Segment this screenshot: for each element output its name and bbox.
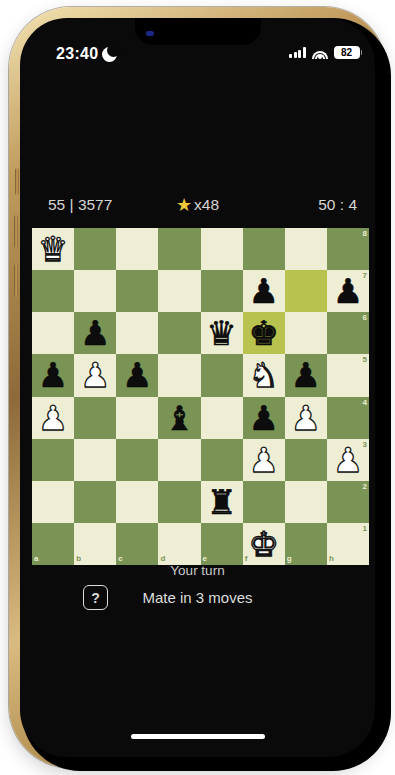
piece-white-pawn[interactable]: ♟ xyxy=(32,397,74,439)
square-g1[interactable]: g xyxy=(285,523,327,565)
square-h1[interactable]: 1h xyxy=(327,523,369,565)
square-b2[interactable] xyxy=(74,481,116,523)
piece-white-pawn[interactable]: ♟ xyxy=(285,397,327,439)
piece-black-pawn[interactable]: ♟ xyxy=(74,312,116,354)
notch xyxy=(135,18,261,45)
square-h7[interactable]: 7♟ xyxy=(327,270,369,312)
file-label-b: b xyxy=(76,555,81,563)
file-label-g: g xyxy=(287,555,292,563)
square-d4[interactable]: ♝ xyxy=(158,397,200,439)
volume-up-button xyxy=(14,215,18,248)
square-e6[interactable]: ♛ xyxy=(201,312,243,354)
square-a3[interactable] xyxy=(32,439,74,481)
square-a6[interactable] xyxy=(32,312,74,354)
file-label-d: d xyxy=(160,555,165,563)
rank-label-6: 6 xyxy=(363,314,367,322)
square-c2[interactable] xyxy=(116,481,158,523)
square-b7[interactable] xyxy=(74,270,116,312)
rank-label-5: 5 xyxy=(363,356,367,364)
home-indicator[interactable] xyxy=(131,734,265,739)
square-d5[interactable] xyxy=(158,354,200,396)
square-f6[interactable]: ♚ xyxy=(243,312,285,354)
square-e5[interactable] xyxy=(201,354,243,396)
square-c3[interactable] xyxy=(116,439,158,481)
piece-black-pawn[interactable]: ♟ xyxy=(32,354,74,396)
square-b8[interactable] xyxy=(74,228,116,270)
wifi-icon xyxy=(312,47,328,59)
square-b6[interactable]: ♟ xyxy=(74,312,116,354)
square-b1[interactable]: b xyxy=(74,523,116,565)
square-d6[interactable] xyxy=(158,312,200,354)
square-d8[interactable] xyxy=(158,228,200,270)
square-e2[interactable]: ♜ xyxy=(201,481,243,523)
star-counter: ★ x48 xyxy=(176,196,219,214)
moon-icon xyxy=(102,47,117,62)
page: 23:40 82 55 | 3577 ★ x48 50 : 4 ♛ xyxy=(0,0,395,775)
square-b3[interactable] xyxy=(74,439,116,481)
file-label-h: h xyxy=(329,555,334,563)
square-g5[interactable]: ♟ xyxy=(285,354,327,396)
square-a1[interactable]: a xyxy=(32,523,74,565)
square-e3[interactable] xyxy=(201,439,243,481)
piece-black-pawn[interactable]: ♟ xyxy=(285,354,327,396)
square-b4[interactable] xyxy=(74,397,116,439)
star-icon: ★ xyxy=(176,196,192,214)
square-c4[interactable] xyxy=(116,397,158,439)
square-e4[interactable] xyxy=(201,397,243,439)
square-a5[interactable]: ♟ xyxy=(32,354,74,396)
signal-icon xyxy=(289,47,306,58)
score-label: 55 | 3577 xyxy=(48,196,112,214)
file-label-e: e xyxy=(203,555,207,563)
square-g8[interactable] xyxy=(285,228,327,270)
piece-black-pawn[interactable]: ♟ xyxy=(327,270,369,312)
piece-black-rook[interactable]: ♜ xyxy=(201,481,243,523)
square-a8[interactable]: ♛ xyxy=(32,228,74,270)
square-c7[interactable] xyxy=(116,270,158,312)
square-g2[interactable] xyxy=(285,481,327,523)
square-a7[interactable] xyxy=(32,270,74,312)
square-h6[interactable]: 6 xyxy=(327,312,369,354)
rank-label-1: 1 xyxy=(363,525,367,533)
rank-label-4: 4 xyxy=(363,399,367,407)
square-f7[interactable]: ♟ xyxy=(243,270,285,312)
square-b5[interactable]: ♟ xyxy=(74,354,116,396)
square-e7[interactable] xyxy=(201,270,243,312)
square-f2[interactable] xyxy=(243,481,285,523)
hint-button[interactable]: ? xyxy=(83,585,108,610)
puzzle-objective: Mate in 3 moves xyxy=(142,589,252,606)
chess-board[interactable]: ♛8♟7♟♟♛♚6♟♟♟♞♟5♟♝♟♟4♟3♟♜2abcdef♚g1h xyxy=(32,228,369,565)
battery-icon: 82 xyxy=(334,46,363,59)
square-c8[interactable] xyxy=(116,228,158,270)
square-a4[interactable]: ♟ xyxy=(32,397,74,439)
file-label-c: c xyxy=(118,555,122,563)
piece-black-bishop[interactable]: ♝ xyxy=(158,397,200,439)
piece-white-queen[interactable]: ♛ xyxy=(32,228,74,270)
star-count-label: x48 xyxy=(194,196,219,214)
battery-percent: 82 xyxy=(334,46,360,59)
piece-white-knight[interactable]: ♞ xyxy=(243,354,285,396)
square-h4[interactable]: 4 xyxy=(327,397,369,439)
turn-indicator: Your turn xyxy=(20,563,375,578)
square-h3[interactable]: 3♟ xyxy=(327,439,369,481)
piece-black-pawn[interactable]: ♟ xyxy=(243,397,285,439)
square-f8[interactable] xyxy=(243,228,285,270)
square-f5[interactable]: ♞ xyxy=(243,354,285,396)
battery-nub xyxy=(361,50,363,55)
square-g3[interactable] xyxy=(285,439,327,481)
status-bar-time: 23:40 xyxy=(56,45,117,63)
square-g4[interactable]: ♟ xyxy=(285,397,327,439)
timer-label: 50 : 4 xyxy=(318,196,357,214)
square-d2[interactable] xyxy=(158,481,200,523)
mute-switch xyxy=(15,168,19,195)
square-c6[interactable] xyxy=(116,312,158,354)
square-f3[interactable]: ♟ xyxy=(243,439,285,481)
square-h5[interactable]: 5 xyxy=(327,354,369,396)
square-e1[interactable]: e xyxy=(201,523,243,565)
piece-white-king[interactable]: ♚ xyxy=(243,523,285,565)
clock-label: 23:40 xyxy=(56,45,98,63)
piece-white-pawn[interactable]: ♟ xyxy=(74,354,116,396)
square-f1[interactable]: f♚ xyxy=(243,523,285,565)
square-g7[interactable] xyxy=(285,270,327,312)
square-c1[interactable]: c xyxy=(116,523,158,565)
piece-white-pawn[interactable]: ♟ xyxy=(327,439,369,481)
piece-black-queen[interactable]: ♛ xyxy=(201,312,243,354)
piece-black-king[interactable]: ♚ xyxy=(243,312,285,354)
camera-icon xyxy=(146,31,154,36)
square-h8[interactable]: 8 xyxy=(327,228,369,270)
square-f4[interactable]: ♟ xyxy=(243,397,285,439)
rank-label-8: 8 xyxy=(363,230,367,238)
square-d3[interactable] xyxy=(158,439,200,481)
piece-white-pawn[interactable]: ♟ xyxy=(243,439,285,481)
square-c5[interactable]: ♟ xyxy=(116,354,158,396)
square-g6[interactable] xyxy=(285,312,327,354)
square-d7[interactable] xyxy=(158,270,200,312)
volume-down-button xyxy=(14,264,18,297)
phone-screen: 23:40 82 55 | 3577 ★ x48 50 : 4 ♛ xyxy=(20,18,375,757)
file-label-a: a xyxy=(34,555,38,563)
rank-label-2: 2 xyxy=(363,483,367,491)
square-a2[interactable] xyxy=(32,481,74,523)
stats-bar: 55 | 3577 ★ x48 50 : 4 xyxy=(20,194,375,216)
piece-black-pawn[interactable]: ♟ xyxy=(243,270,285,312)
square-d1[interactable]: d xyxy=(158,523,200,565)
square-e8[interactable] xyxy=(201,228,243,270)
square-h2[interactable]: 2 xyxy=(327,481,369,523)
piece-black-pawn[interactable]: ♟ xyxy=(116,354,158,396)
status-bar-icons: 82 xyxy=(289,46,362,59)
